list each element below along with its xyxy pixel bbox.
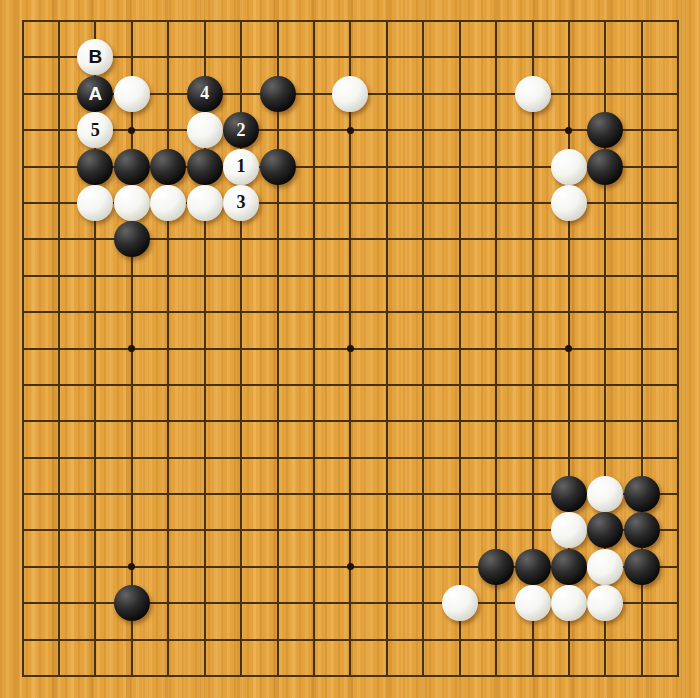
grid-line-horizontal bbox=[22, 675, 680, 677]
stone-white-E14[interactable] bbox=[150, 185, 186, 221]
stone-white-Q14[interactable] bbox=[551, 185, 587, 221]
grid-line-horizontal bbox=[22, 639, 680, 641]
stone-label: A bbox=[88, 83, 102, 105]
stone-white-P3[interactable] bbox=[515, 585, 551, 621]
stone-white-C14[interactable] bbox=[77, 185, 113, 221]
stone-label: B bbox=[88, 46, 102, 68]
stone-white-K17[interactable] bbox=[332, 76, 368, 112]
stone-white-D14[interactable] bbox=[114, 185, 150, 221]
stone-black-S6[interactable] bbox=[624, 476, 660, 512]
go-board[interactable]: BA45213 bbox=[0, 0, 700, 698]
stone-white-F16[interactable] bbox=[187, 112, 223, 148]
stone-black-H17[interactable] bbox=[260, 76, 296, 112]
stone-white-G14[interactable]: 3 bbox=[223, 185, 259, 221]
grid-line-vertical bbox=[422, 20, 424, 677]
hoshi-point bbox=[128, 127, 135, 134]
stone-black-D15[interactable] bbox=[114, 149, 150, 185]
stone-white-C16[interactable]: 5 bbox=[77, 112, 113, 148]
stone-black-C15[interactable] bbox=[77, 149, 113, 185]
hoshi-point bbox=[347, 345, 354, 352]
stone-white-P17[interactable] bbox=[515, 76, 551, 112]
stone-label: 3 bbox=[237, 192, 246, 213]
stone-white-D17[interactable] bbox=[114, 76, 150, 112]
grid-line-horizontal bbox=[22, 457, 680, 459]
stone-white-N3[interactable] bbox=[442, 585, 478, 621]
hoshi-point bbox=[128, 345, 135, 352]
stone-white-C18[interactable]: B bbox=[77, 39, 113, 75]
grid-line-vertical bbox=[386, 20, 388, 677]
stone-black-G16[interactable]: 2 bbox=[223, 112, 259, 148]
stone-black-E15[interactable] bbox=[150, 149, 186, 185]
stone-label: 2 bbox=[237, 120, 246, 141]
stone-white-R3[interactable] bbox=[587, 585, 623, 621]
grid-line-horizontal bbox=[22, 420, 680, 422]
stone-black-H15[interactable] bbox=[260, 149, 296, 185]
hoshi-point bbox=[128, 563, 135, 570]
stone-black-R15[interactable] bbox=[587, 149, 623, 185]
hoshi-point bbox=[565, 345, 572, 352]
stone-white-R6[interactable] bbox=[587, 476, 623, 512]
stone-black-R5[interactable] bbox=[587, 512, 623, 548]
stone-black-Q4[interactable] bbox=[551, 549, 587, 585]
stone-black-P4[interactable] bbox=[515, 549, 551, 585]
stone-black-F15[interactable] bbox=[187, 149, 223, 185]
stone-label: 5 bbox=[91, 120, 100, 141]
stone-black-Q6[interactable] bbox=[551, 476, 587, 512]
stone-black-C17[interactable]: A bbox=[77, 76, 113, 112]
stone-white-Q3[interactable] bbox=[551, 585, 587, 621]
hoshi-point bbox=[565, 127, 572, 134]
stone-label: 1 bbox=[237, 156, 246, 177]
hoshi-point bbox=[347, 127, 354, 134]
hoshi-point bbox=[347, 563, 354, 570]
stone-white-F14[interactable] bbox=[187, 185, 223, 221]
stone-white-G15[interactable]: 1 bbox=[223, 149, 259, 185]
stone-black-R16[interactable] bbox=[587, 112, 623, 148]
grid-line-vertical bbox=[459, 20, 461, 677]
stone-black-O4[interactable] bbox=[478, 549, 514, 585]
stone-black-F17[interactable]: 4 bbox=[187, 76, 223, 112]
stone-white-R4[interactable] bbox=[587, 549, 623, 585]
stone-white-Q15[interactable] bbox=[551, 149, 587, 185]
grid-line-vertical bbox=[677, 20, 679, 677]
stone-black-D3[interactable] bbox=[114, 585, 150, 621]
stone-white-Q5[interactable] bbox=[551, 512, 587, 548]
stone-label: 4 bbox=[200, 83, 209, 104]
grid-line-horizontal bbox=[22, 384, 680, 386]
stone-black-S5[interactable] bbox=[624, 512, 660, 548]
stone-black-S4[interactable] bbox=[624, 549, 660, 585]
stone-black-D13[interactable] bbox=[114, 221, 150, 257]
